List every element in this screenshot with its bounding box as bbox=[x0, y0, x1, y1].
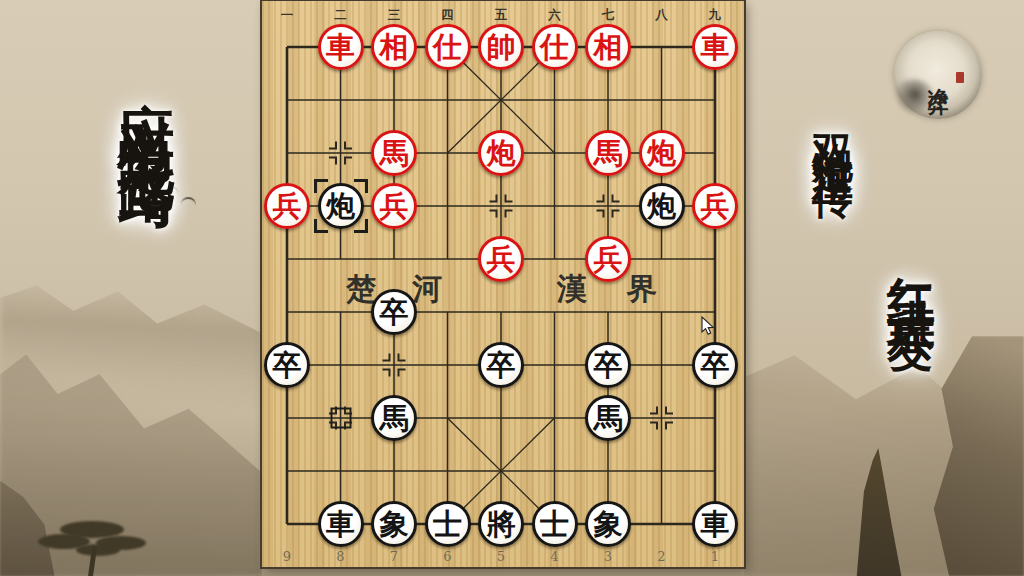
file-label-top: 二 bbox=[330, 7, 352, 24]
file-label-top: 八 bbox=[651, 7, 673, 24]
logo-seal-icon bbox=[956, 72, 964, 83]
pine-tree bbox=[38, 514, 153, 576]
piece-red-帥[interactable]: 帥 bbox=[478, 24, 524, 70]
piece-black-炮[interactable]: 炮 bbox=[318, 183, 364, 229]
piece-black-馬[interactable]: 馬 bbox=[371, 395, 417, 441]
piece-red-兵[interactable]: 兵 bbox=[264, 183, 310, 229]
left-mountain-mist bbox=[0, 250, 262, 410]
piece-red-馬[interactable]: 馬 bbox=[371, 130, 417, 176]
last-move-from-marker bbox=[330, 408, 351, 429]
piece-black-車[interactable]: 車 bbox=[318, 501, 364, 547]
piece-red-仕[interactable]: 仕 bbox=[532, 24, 578, 70]
river-label-right: 漢界 bbox=[557, 269, 697, 310]
file-label-top: 三 bbox=[383, 7, 405, 24]
mouse-cursor bbox=[700, 316, 718, 336]
piece-red-車[interactable]: 車 bbox=[692, 24, 738, 70]
piece-red-兵[interactable]: 兵 bbox=[371, 183, 417, 229]
file-label-top: 一 bbox=[276, 7, 298, 24]
right-title-secondary: 红三进兵变 bbox=[880, 239, 944, 294]
piece-red-相[interactable]: 相 bbox=[585, 24, 631, 70]
piece-red-兵[interactable]: 兵 bbox=[478, 236, 524, 282]
file-label-top: 四 bbox=[437, 7, 459, 24]
piece-black-士[interactable]: 士 bbox=[425, 501, 471, 547]
file-label-bottom: 1 bbox=[704, 549, 726, 564]
left-title: 应对中炮七路马 bbox=[108, 56, 185, 147]
file-label-bottom: 5 bbox=[490, 549, 512, 564]
file-label-top: 五 bbox=[490, 7, 512, 24]
piece-black-象[interactable]: 象 bbox=[371, 501, 417, 547]
logo-ink-splash bbox=[892, 79, 934, 113]
piece-red-馬[interactable]: 馬 bbox=[585, 130, 631, 176]
page-root: 应对中炮七路马 双炮过河正传 红三进兵变 净弈 一二三四五六七八九 987654… bbox=[0, 0, 1024, 576]
piece-red-車[interactable]: 車 bbox=[318, 24, 364, 70]
file-label-bottom: 2 bbox=[651, 549, 673, 564]
piece-red-炮[interactable]: 炮 bbox=[478, 130, 524, 176]
piece-red-炮[interactable]: 炮 bbox=[639, 130, 685, 176]
left-corner-rocks bbox=[0, 440, 130, 576]
file-label-bottom: 6 bbox=[437, 549, 459, 564]
piece-black-卒[interactable]: 卒 bbox=[692, 342, 738, 388]
piece-black-卒[interactable]: 卒 bbox=[585, 342, 631, 388]
right-cliff bbox=[928, 336, 1024, 576]
file-label-top: 七 bbox=[597, 7, 619, 24]
piece-red-仕[interactable]: 仕 bbox=[425, 24, 471, 70]
file-label-bottom: 9 bbox=[276, 549, 298, 564]
piece-black-卒[interactable]: 卒 bbox=[371, 289, 417, 335]
piece-black-卒[interactable]: 卒 bbox=[478, 342, 524, 388]
piece-black-卒[interactable]: 卒 bbox=[264, 342, 310, 388]
piece-red-兵[interactable]: 兵 bbox=[692, 183, 738, 229]
piece-black-馬[interactable]: 馬 bbox=[585, 395, 631, 441]
file-label-bottom: 3 bbox=[597, 549, 619, 564]
logo: 净弈 bbox=[894, 31, 982, 119]
right-title-primary: 双炮过河正传 bbox=[806, 101, 861, 155]
file-label-bottom: 7 bbox=[383, 549, 405, 564]
left-mountain-ridge bbox=[0, 330, 262, 576]
file-label-bottom: 8 bbox=[330, 549, 352, 564]
piece-red-相[interactable]: 相 bbox=[371, 24, 417, 70]
xiangqi-board[interactable]: 一二三四五六七八九 987654321 楚河 漢界 車相仕帥仕相車馬炮馬炮兵兵兵… bbox=[262, 1, 744, 567]
logo-text: 净弈 bbox=[924, 71, 952, 79]
file-label-top: 六 bbox=[544, 7, 566, 24]
piece-red-兵[interactable]: 兵 bbox=[585, 236, 631, 282]
right-rock-spire bbox=[838, 448, 910, 576]
file-label-bottom: 4 bbox=[544, 549, 566, 564]
piece-black-車[interactable]: 車 bbox=[692, 501, 738, 547]
piece-black-將[interactable]: 將 bbox=[478, 501, 524, 547]
bird-icon bbox=[181, 196, 197, 205]
piece-black-士[interactable]: 士 bbox=[532, 501, 578, 547]
piece-black-炮[interactable]: 炮 bbox=[639, 183, 685, 229]
right-mountain-mist bbox=[744, 300, 1024, 576]
piece-black-象[interactable]: 象 bbox=[585, 501, 631, 547]
file-label-top: 九 bbox=[704, 7, 726, 24]
bird-icon bbox=[163, 185, 179, 195]
